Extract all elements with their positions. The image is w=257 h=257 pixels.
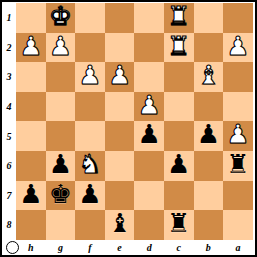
square-f2[interactable] [75,33,105,63]
square-e5[interactable] [105,121,135,151]
square-d6[interactable] [134,151,164,181]
square-h8[interactable] [16,210,46,240]
rank-label-2: 2 [2,33,16,63]
square-c4[interactable] [164,92,194,122]
square-a8[interactable] [223,210,253,240]
square-d1[interactable] [134,3,164,33]
square-d4[interactable]: ♟ [134,92,164,122]
white-to-move-indicator-icon [6,241,19,254]
square-f1[interactable] [75,3,105,33]
piece-black-pawn: ♟ [197,120,220,152]
piece-white-pawn: ♟ [226,32,249,64]
square-a7[interactable] [223,181,253,211]
square-a5[interactable]: ♟ [223,121,253,151]
square-e6[interactable] [105,151,135,181]
file-label-e: e [105,240,135,255]
file-label-c: c [164,240,194,255]
piece-black-pawn: ♟ [167,150,190,182]
chess-diagram: 12345678 ♚♜♟♟♜♟♟♟♝♟♟♟♟♟♞♟♜♟♚♟♝♜ hgfedcba [0,0,257,257]
file-label-g: g [46,240,76,255]
square-a2[interactable]: ♟ [223,33,253,63]
rank-label-6: 6 [2,151,16,181]
square-c8[interactable]: ♜ [164,210,194,240]
file-label-h: h [16,240,46,255]
square-f4[interactable] [75,92,105,122]
square-a3[interactable] [223,62,253,92]
square-b6[interactable] [194,151,224,181]
square-g8[interactable] [46,210,76,240]
square-e7[interactable] [105,181,135,211]
square-d7[interactable] [134,181,164,211]
file-labels: hgfedcba [16,240,253,255]
square-f8[interactable] [75,210,105,240]
piece-white-pawn: ♟ [226,120,249,152]
file-label-a: a [223,240,253,255]
square-a6[interactable]: ♜ [223,151,253,181]
piece-black-rook: ♜ [167,209,190,241]
square-e1[interactable] [105,3,135,33]
piece-white-pawn: ♟ [108,61,131,93]
rank-label-7: 7 [2,181,16,211]
square-e3[interactable]: ♟ [105,62,135,92]
piece-black-rook: ♜ [226,150,249,182]
chess-board: ♚♜♟♟♜♟♟♟♝♟♟♟♟♟♞♟♜♟♚♟♝♜ [16,3,253,240]
piece-white-pawn: ♟ [49,32,72,64]
piece-black-pawn: ♟ [19,180,42,212]
square-h7[interactable]: ♟ [16,181,46,211]
file-label-f: f [75,240,105,255]
square-c2[interactable]: ♜ [164,33,194,63]
piece-white-rook: ♜ [167,32,190,64]
rank-label-8: 8 [2,210,16,240]
square-c1[interactable]: ♜ [164,3,194,33]
square-a4[interactable] [223,92,253,122]
square-g6[interactable]: ♟ [46,151,76,181]
square-h3[interactable] [16,62,46,92]
square-f5[interactable] [75,121,105,151]
square-e8[interactable]: ♝ [105,210,135,240]
rank-labels: 12345678 [2,3,16,240]
rank-label-5: 5 [2,121,16,151]
square-b4[interactable] [194,92,224,122]
square-h2[interactable]: ♟ [16,33,46,63]
square-c7[interactable] [164,181,194,211]
square-f3[interactable]: ♟ [75,62,105,92]
square-e2[interactable] [105,33,135,63]
piece-white-pawn: ♟ [138,91,161,123]
rank-label-4: 4 [2,92,16,122]
square-a1[interactable] [223,3,253,33]
square-c6[interactable]: ♟ [164,151,194,181]
square-h5[interactable] [16,121,46,151]
piece-black-bishop: ♝ [108,209,131,241]
square-h4[interactable] [16,92,46,122]
square-b3[interactable]: ♝ [194,62,224,92]
square-g1[interactable]: ♚ [46,3,76,33]
square-g2[interactable]: ♟ [46,33,76,63]
square-f6[interactable]: ♞ [75,151,105,181]
piece-black-pawn: ♟ [78,180,101,212]
piece-white-pawn: ♟ [78,61,101,93]
square-b5[interactable]: ♟ [194,121,224,151]
square-b1[interactable] [194,3,224,33]
square-g5[interactable] [46,121,76,151]
square-c3[interactable] [164,62,194,92]
rank-label-1: 1 [2,3,16,33]
square-d2[interactable] [134,33,164,63]
file-label-d: d [134,240,164,255]
square-h1[interactable] [16,3,46,33]
square-g4[interactable] [46,92,76,122]
square-c5[interactable] [164,121,194,151]
square-h6[interactable] [16,151,46,181]
piece-white-knight: ♞ [78,150,101,182]
square-b8[interactable] [194,210,224,240]
square-f7[interactable]: ♟ [75,181,105,211]
square-d5[interactable]: ♟ [134,121,164,151]
piece-white-rook: ♜ [167,2,190,34]
square-d3[interactable] [134,62,164,92]
piece-black-king: ♚ [49,180,72,212]
square-b2[interactable] [194,33,224,63]
piece-white-bishop: ♝ [197,61,220,93]
piece-white-pawn: ♟ [19,32,42,64]
square-b7[interactable] [194,181,224,211]
piece-white-king: ♚ [49,2,72,34]
piece-black-pawn: ♟ [49,150,72,182]
square-e4[interactable] [105,92,135,122]
rank-label-3: 3 [2,62,16,92]
file-label-b: b [194,240,224,255]
piece-black-pawn: ♟ [138,120,161,152]
square-g3[interactable] [46,62,76,92]
square-g7[interactable]: ♚ [46,181,76,211]
square-d8[interactable] [134,210,164,240]
